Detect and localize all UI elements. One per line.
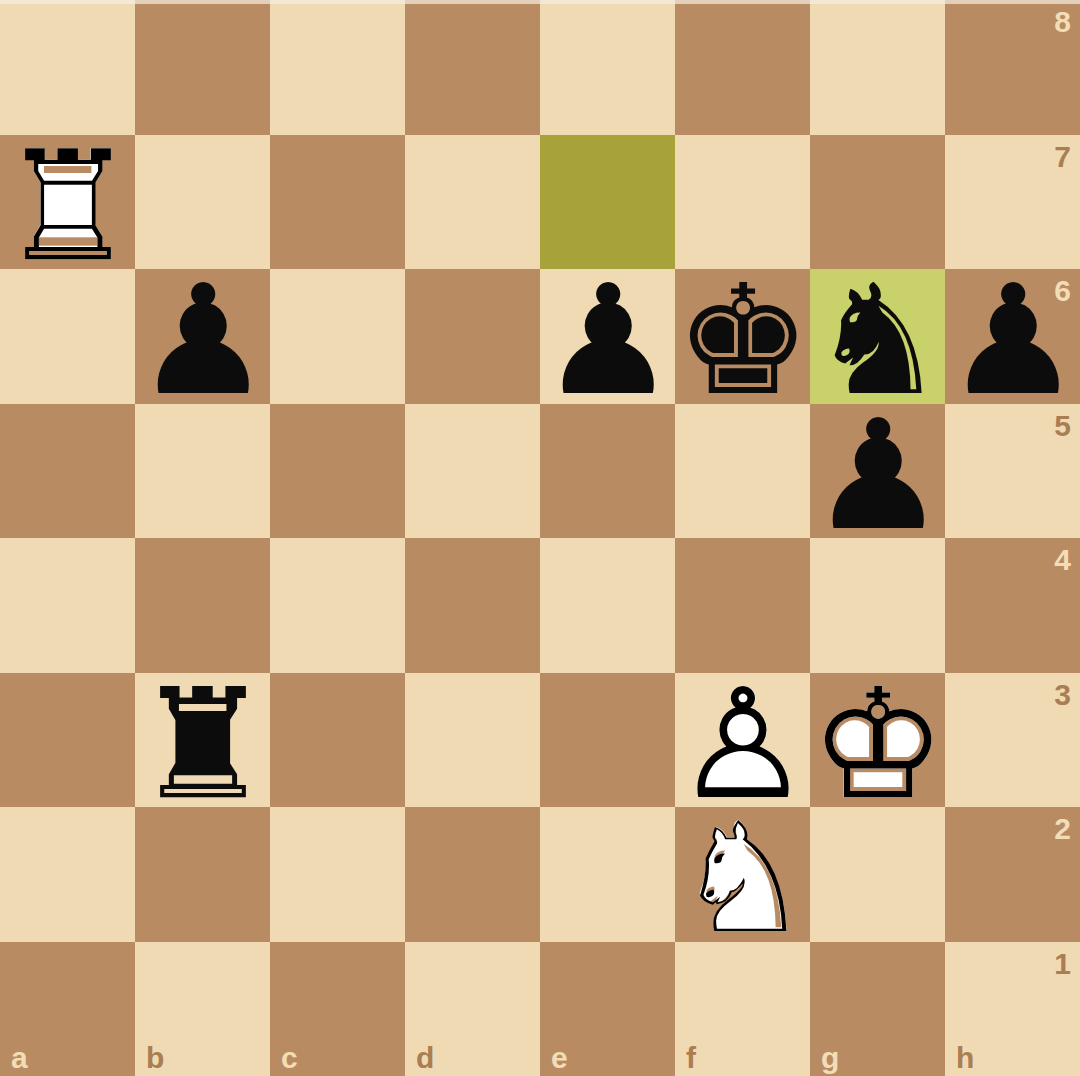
square-b2[interactable] bbox=[135, 807, 270, 942]
square-e8[interactable] bbox=[540, 0, 675, 135]
file-label-c: c bbox=[281, 1043, 298, 1073]
file-label-g: g bbox=[821, 1043, 839, 1073]
square-f3[interactable]: ♟♙ bbox=[675, 673, 810, 808]
square-d4[interactable] bbox=[405, 538, 540, 673]
square-b1[interactable]: b bbox=[135, 942, 270, 1076]
black-rook-glyph: ♜ bbox=[135, 669, 271, 821]
square-a5[interactable] bbox=[0, 404, 135, 539]
white-knight-glyph-outline: ♘ bbox=[675, 803, 811, 955]
square-a1[interactable]: a bbox=[0, 942, 135, 1076]
chess-app-viewport: 8♜♖7♟♟♚♞♟6♟54♜♟♙♚♔3♞♘2abcdefgh1 bbox=[0, 0, 1080, 1076]
rank-label-2: 2 bbox=[1054, 814, 1071, 844]
black-pawn-glyph: ♟ bbox=[135, 265, 271, 417]
black-king-glyph: ♚ bbox=[675, 265, 811, 417]
file-label-b: b bbox=[146, 1043, 164, 1073]
piece-black-pawn[interactable]: ♟ bbox=[135, 269, 270, 404]
square-c1[interactable]: c bbox=[270, 942, 405, 1076]
piece-white-rook[interactable]: ♜♖ bbox=[0, 135, 135, 270]
piece-black-pawn[interactable]: ♟ bbox=[945, 269, 1080, 404]
piece-black-knight[interactable]: ♞ bbox=[810, 269, 945, 404]
file-label-d: d bbox=[416, 1043, 434, 1073]
rank-label-4: 4 bbox=[1054, 545, 1071, 575]
square-f8[interactable] bbox=[675, 0, 810, 135]
square-e7[interactable] bbox=[540, 135, 675, 270]
rank-label-5: 5 bbox=[1054, 411, 1071, 441]
square-g1[interactable]: g bbox=[810, 942, 945, 1076]
square-a3[interactable] bbox=[0, 673, 135, 808]
square-h4[interactable]: 4 bbox=[945, 538, 1080, 673]
black-pawn-glyph: ♟ bbox=[540, 265, 676, 417]
rank-label-3: 3 bbox=[1054, 680, 1071, 710]
white-king-glyph-outline: ♔ bbox=[810, 669, 946, 821]
square-e5[interactable] bbox=[540, 404, 675, 539]
square-a8[interactable] bbox=[0, 0, 135, 135]
square-h1[interactable]: h1 bbox=[945, 942, 1080, 1076]
square-a7[interactable]: ♜♖ bbox=[0, 135, 135, 270]
file-label-f: f bbox=[686, 1043, 696, 1073]
square-b8[interactable] bbox=[135, 0, 270, 135]
file-label-e: e bbox=[551, 1043, 568, 1073]
square-g5[interactable]: ♟ bbox=[810, 404, 945, 539]
square-g3[interactable]: ♚♔ bbox=[810, 673, 945, 808]
piece-black-king[interactable]: ♚ bbox=[675, 269, 810, 404]
square-h5[interactable]: 5 bbox=[945, 404, 1080, 539]
square-c4[interactable] bbox=[270, 538, 405, 673]
square-h2[interactable]: 2 bbox=[945, 807, 1080, 942]
piece-white-pawn[interactable]: ♟♙ bbox=[675, 673, 810, 808]
square-e2[interactable] bbox=[540, 807, 675, 942]
square-b5[interactable] bbox=[135, 404, 270, 539]
piece-black-pawn[interactable]: ♟ bbox=[540, 269, 675, 404]
square-b4[interactable] bbox=[135, 538, 270, 673]
piece-white-knight[interactable]: ♞♘ bbox=[675, 807, 810, 942]
square-g4[interactable] bbox=[810, 538, 945, 673]
piece-white-king[interactable]: ♚♔ bbox=[810, 673, 945, 808]
square-f2[interactable]: ♞♘ bbox=[675, 807, 810, 942]
square-c8[interactable] bbox=[270, 0, 405, 135]
chess-board: 8♜♖7♟♟♚♞♟6♟54♜♟♙♚♔3♞♘2abcdefgh1 bbox=[0, 0, 1080, 1076]
square-g6[interactable]: ♞ bbox=[810, 269, 945, 404]
square-d2[interactable] bbox=[405, 807, 540, 942]
rank-label-8: 8 bbox=[1054, 7, 1071, 37]
file-label-h: h bbox=[956, 1043, 974, 1073]
square-g2[interactable] bbox=[810, 807, 945, 942]
square-d1[interactable]: d bbox=[405, 942, 540, 1076]
rank-label-7: 7 bbox=[1054, 142, 1071, 172]
square-c5[interactable] bbox=[270, 404, 405, 539]
square-a2[interactable] bbox=[0, 807, 135, 942]
square-h7[interactable]: 7 bbox=[945, 135, 1080, 270]
rank-label-1: 1 bbox=[1054, 949, 1071, 979]
square-c2[interactable] bbox=[270, 807, 405, 942]
square-h8[interactable]: 8 bbox=[945, 0, 1080, 135]
piece-black-pawn[interactable]: ♟ bbox=[810, 404, 945, 539]
square-d6[interactable] bbox=[405, 269, 540, 404]
square-g8[interactable] bbox=[810, 0, 945, 135]
square-b3[interactable]: ♜ bbox=[135, 673, 270, 808]
square-d3[interactable] bbox=[405, 673, 540, 808]
square-d7[interactable] bbox=[405, 135, 540, 270]
piece-black-rook[interactable]: ♜ bbox=[135, 673, 270, 808]
square-f4[interactable] bbox=[675, 538, 810, 673]
black-pawn-glyph: ♟ bbox=[945, 265, 1080, 417]
black-pawn-glyph: ♟ bbox=[810, 400, 946, 552]
square-f5[interactable] bbox=[675, 404, 810, 539]
square-f6[interactable]: ♚ bbox=[675, 269, 810, 404]
file-label-a: a bbox=[11, 1043, 28, 1073]
square-h6[interactable]: ♟6 bbox=[945, 269, 1080, 404]
square-e6[interactable]: ♟ bbox=[540, 269, 675, 404]
square-e1[interactable]: e bbox=[540, 942, 675, 1076]
square-b6[interactable]: ♟ bbox=[135, 269, 270, 404]
square-g7[interactable] bbox=[810, 135, 945, 270]
square-d5[interactable] bbox=[405, 404, 540, 539]
square-a4[interactable] bbox=[0, 538, 135, 673]
square-d8[interactable] bbox=[405, 0, 540, 135]
square-f7[interactable] bbox=[675, 135, 810, 270]
square-b7[interactable] bbox=[135, 135, 270, 270]
square-f1[interactable]: f bbox=[675, 942, 810, 1076]
square-a6[interactable] bbox=[0, 269, 135, 404]
square-h3[interactable]: 3 bbox=[945, 673, 1080, 808]
square-c7[interactable] bbox=[270, 135, 405, 270]
square-e3[interactable] bbox=[540, 673, 675, 808]
square-c3[interactable] bbox=[270, 673, 405, 808]
white-rook-glyph-outline: ♖ bbox=[0, 131, 136, 283]
square-e4[interactable] bbox=[540, 538, 675, 673]
square-c6[interactable] bbox=[270, 269, 405, 404]
